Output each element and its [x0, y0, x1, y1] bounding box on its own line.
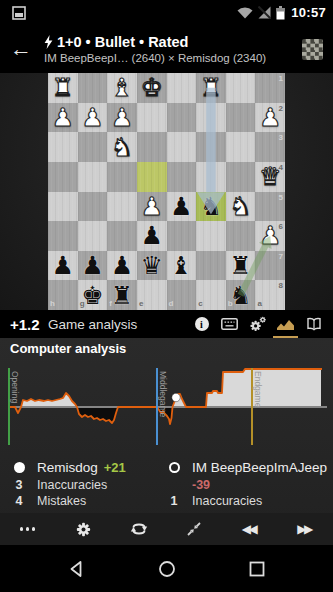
square-d7[interactable]: ♝ — [167, 251, 197, 281]
coord-file: g — [80, 300, 85, 308]
square-e6[interactable]: ♟ — [137, 221, 167, 251]
white-rating-delta: +21 — [104, 460, 126, 475]
square-e3[interactable] — [137, 132, 167, 162]
black-inaccuracy-count: 1 — [163, 494, 185, 508]
battery-icon — [276, 6, 285, 20]
square-b8[interactable]: ♞b — [226, 280, 256, 310]
white-player-summary: Remisdog +21 3 Inaccuracies 4 Mistakes — [8, 458, 163, 513]
back-triangle-icon[interactable] — [68, 560, 86, 578]
square-f4[interactable] — [107, 162, 137, 192]
square-a2[interactable]: ♟2 — [255, 103, 285, 133]
lightning-bolt-icon — [44, 35, 53, 49]
current-move-dot[interactable] — [172, 393, 180, 401]
piece-black-pawn: ♟ — [52, 253, 74, 278]
coord-rank: 3 — [279, 134, 283, 142]
home-circle-icon[interactable] — [158, 560, 176, 578]
white-player-name[interactable]: Remisdog — [37, 460, 98, 475]
piece-black-rook: ♜ — [229, 253, 251, 278]
square-f2[interactable]: ♟ — [107, 103, 137, 133]
square-d1[interactable] — [167, 73, 197, 103]
eval-graph[interactable]: OpeningMiddlegameEndgame — [0, 358, 333, 453]
analysis-bar-icons: i — [192, 315, 323, 334]
square-b6[interactable] — [226, 221, 256, 251]
square-e8[interactable]: e — [137, 280, 167, 310]
square-d5[interactable]: ♟ — [167, 192, 197, 222]
piece-black-pawn: ♟ — [140, 223, 162, 248]
analysis-bar-title: Game analysis — [48, 317, 137, 332]
game-header-text: 1+0 • Bullet • Rated IM BeepBeepI… (2640… — [44, 34, 302, 64]
piece-black-bishop: ♝ — [170, 253, 192, 278]
square-g4[interactable] — [78, 162, 108, 192]
piece-white-bishop: ♝ — [111, 75, 133, 100]
piece-white-pawn: ♟ — [81, 105, 103, 130]
piece-white-pawn: ♟ — [140, 194, 162, 219]
coord-rank: 5 — [279, 194, 283, 202]
coord-rank: 2 — [279, 105, 283, 113]
square-a7[interactable]: 7 — [255, 251, 285, 281]
keyboard-icon[interactable] — [220, 315, 239, 334]
white-inaccuracy-count: 3 — [8, 478, 30, 492]
square-h5[interactable] — [48, 192, 78, 222]
coord-file: b — [228, 300, 233, 308]
android-nav-bar — [0, 545, 333, 592]
piece-white-knight: ♞ — [229, 194, 251, 219]
piece-white-pawn: ♟ — [111, 105, 133, 130]
square-h4[interactable] — [48, 162, 78, 192]
white-inaccuracy-label[interactable]: Inaccuracies — [37, 478, 107, 492]
coord-file: d — [169, 300, 174, 308]
square-a4[interactable]: ♛4 — [255, 162, 285, 192]
square-c8[interactable]: c — [196, 280, 226, 310]
wifi-icon — [237, 6, 253, 19]
white-mistake-label[interactable]: Mistakes — [37, 494, 86, 508]
square-c4[interactable] — [196, 162, 226, 192]
square-c5[interactable]: ♞ — [196, 192, 226, 222]
coord-file: f — [109, 300, 112, 308]
piece-black-rook: ♜ — [111, 283, 133, 308]
piece-white-rook: ♜ — [52, 75, 74, 100]
no-cell-signal-icon — [258, 6, 271, 19]
black-player-name[interactable]: IM BeepBeepImAJeep — [192, 460, 327, 475]
square-g3[interactable] — [78, 132, 108, 162]
rewind-icon[interactable]: ◀◀ — [235, 516, 265, 542]
screenshot-icon — [12, 6, 26, 20]
piece-white-pawn: ♟ — [52, 105, 74, 130]
piece-black-pawn: ♟ — [170, 194, 192, 219]
square-f1[interactable]: ♝ — [107, 73, 137, 103]
square-b7[interactable]: ♜ — [226, 251, 256, 281]
square-d4[interactable] — [167, 162, 197, 192]
coord-rank: 7 — [279, 253, 283, 261]
square-g6[interactable] — [78, 221, 108, 251]
coord-rank: 6 — [279, 223, 283, 231]
black-player-icon — [169, 462, 180, 473]
phase-label-opening: Opening — [10, 371, 20, 403]
coord-file: h — [50, 300, 55, 308]
square-a5[interactable]: 5 — [255, 192, 285, 222]
phase-label-endgame: Endgame — [253, 371, 263, 408]
settings-gear-icon[interactable] — [68, 516, 98, 542]
square-d8[interactable]: d — [167, 280, 197, 310]
square-c6[interactable] — [196, 221, 226, 251]
analysis-toolbar: ◀◀ ▶▶ — [0, 513, 333, 545]
black-player-summary: IM BeepBeepImAJeep -39 1 Inaccuracies — [163, 458, 333, 513]
square-e5[interactable]: ♟ — [137, 192, 167, 222]
square-g2[interactable]: ♟ — [78, 103, 108, 133]
square-h1[interactable]: ♜ — [48, 73, 78, 103]
more-icon[interactable] — [13, 516, 43, 542]
square-a8[interactable]: a8 — [255, 280, 285, 310]
engine-settings-icon[interactable] — [248, 315, 267, 334]
black-inaccuracy-label[interactable]: Inaccuracies — [192, 494, 262, 508]
piece-black-knight: ♞ — [200, 194, 222, 219]
square-h6[interactable] — [48, 221, 78, 251]
square-d3[interactable] — [167, 132, 197, 162]
phase-label-middlegame: Middlegame — [158, 371, 168, 418]
square-c2[interactable] — [196, 103, 226, 133]
opening-book-icon[interactable] — [304, 315, 323, 334]
square-h3[interactable] — [48, 132, 78, 162]
white-mistake-count: 4 — [8, 494, 30, 508]
chess-analysis-screen: 10:57 ← 1+0 • Bullet • Rated IM BeepBeep… — [0, 0, 333, 592]
square-h8[interactable]: h — [48, 280, 78, 310]
square-a1[interactable]: 1 — [255, 73, 285, 103]
square-b3[interactable] — [226, 132, 256, 162]
square-e2[interactable] — [137, 103, 167, 133]
game-title-row: 1+0 • Bullet • Rated — [44, 34, 302, 50]
square-b4[interactable] — [226, 162, 256, 192]
square-c1[interactable]: ♜ — [196, 73, 226, 103]
fast-forward-icon[interactable]: ▶▶ — [290, 516, 320, 542]
square-f3[interactable]: ♞ — [107, 132, 137, 162]
square-c3[interactable] — [196, 132, 226, 162]
clock-time: 10:57 — [291, 5, 326, 20]
coord-file: c — [198, 300, 202, 308]
board-area: ♜♝♚♜1♟♟♟♟2♞3♛4♟♟♞♞5♟♟6♟♟♟♛♝♜7h♚g♜fedc♞ba… — [0, 73, 333, 310]
square-a3[interactable]: 3 — [255, 132, 285, 162]
square-b1[interactable] — [226, 73, 256, 103]
square-g1[interactable] — [78, 73, 108, 103]
square-e7[interactable]: ♛ — [137, 251, 167, 281]
piece-white-king: ♚ — [140, 75, 162, 100]
square-e1[interactable]: ♚ — [137, 73, 167, 103]
app-header: ← 1+0 • Bullet • Rated IM BeepBeepI… (26… — [0, 25, 333, 73]
square-g5[interactable] — [78, 192, 108, 222]
flip-board-icon[interactable] — [124, 516, 154, 542]
square-d2[interactable] — [167, 103, 197, 133]
game-title: 1+0 • Bullet • Rated — [57, 34, 188, 50]
black-advantage-area — [77, 407, 118, 423]
coord-file: a — [257, 300, 261, 308]
black-rating-delta: -39 — [192, 478, 210, 492]
coord-rank: 4 — [279, 164, 283, 172]
square-c7[interactable] — [196, 251, 226, 281]
piece-black-pawn: ♟ — [81, 253, 103, 278]
analysis-bar: +1.2 Game analysis i — [0, 310, 333, 338]
square-f6[interactable] — [107, 221, 137, 251]
evaluation-badge: +1.2 — [10, 316, 48, 333]
square-h2[interactable]: ♟ — [48, 103, 78, 133]
square-d6[interactable] — [167, 221, 197, 251]
square-b2[interactable] — [226, 103, 256, 133]
square-h7[interactable]: ♟ — [48, 251, 78, 281]
chess-board[interactable]: ♜♝♚♜1♟♟♟♟2♞3♛4♟♟♞♞5♟♟6♟♟♟♛♝♜7h♚g♜fedc♞ba… — [48, 73, 285, 310]
square-g7[interactable]: ♟ — [78, 251, 108, 281]
coord-rank: 1 — [279, 75, 283, 83]
square-f7[interactable]: ♟ — [107, 251, 137, 281]
square-g8[interactable]: ♚g — [78, 280, 108, 310]
recents-square-icon[interactable] — [248, 560, 266, 578]
square-b5[interactable]: ♞ — [226, 192, 256, 222]
piece-white-knight: ♞ — [111, 135, 133, 160]
computer-analysis-title: Computer analysis — [0, 338, 333, 358]
checkered-board-icon[interactable] — [302, 39, 323, 60]
analysis-summary: Remisdog +21 3 Inaccuracies 4 Mistakes I… — [0, 453, 333, 513]
square-a6[interactable]: ♟6 — [255, 221, 285, 251]
piece-white-rook: ♜ — [200, 75, 222, 100]
square-f8[interactable]: ♜f — [107, 280, 137, 310]
coord-file: e — [139, 300, 143, 308]
analysis-chart-icon[interactable] — [276, 315, 295, 334]
players-line: IM BeepBeepI… (2640) × Remisdog (2340) — [44, 52, 302, 64]
eval-chart-area: OpeningMiddlegameEndgame — [0, 358, 333, 453]
info-icon[interactable]: i — [192, 315, 211, 334]
coord-rank: 8 — [279, 282, 283, 290]
collapse-icon[interactable] — [179, 516, 209, 542]
piece-black-queen: ♛ — [140, 253, 162, 278]
square-f5[interactable] — [107, 192, 137, 222]
square-e4[interactable] — [137, 162, 167, 192]
status-bar: 10:57 — [0, 0, 333, 25]
piece-black-pawn: ♟ — [111, 253, 133, 278]
white-player-icon — [14, 462, 25, 473]
back-arrow-icon[interactable]: ← — [10, 38, 44, 60]
